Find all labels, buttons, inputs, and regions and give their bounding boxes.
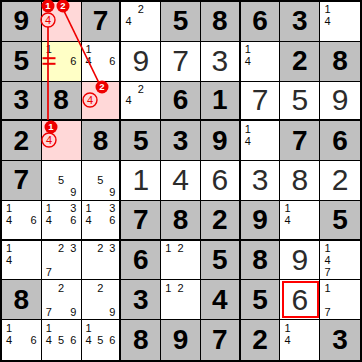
candidate-5: 5 (55, 334, 67, 346)
candidate-6: 6 (67, 334, 79, 346)
cell-r6c2[interactable]: 1346 (42, 201, 82, 241)
candidate-3: 3 (106, 243, 118, 255)
pencil-marks: 1346 (82, 201, 120, 239)
given-digit: 9 (212, 127, 228, 155)
cell-r2c3[interactable]: 146 (82, 42, 122, 82)
cell-r5c6[interactable]: 6 (201, 161, 241, 201)
candidate-1: 1 (321, 4, 334, 16)
given-digit: 8 (53, 86, 69, 114)
cell-r4c5[interactable]: 3 (161, 121, 201, 161)
given-digit: 5 (332, 206, 348, 234)
cell-r3c6[interactable]: 1 (201, 82, 241, 122)
candidate-4: 4 (83, 214, 95, 226)
candidate-1: 1 (281, 322, 293, 334)
given-digit: 5 (14, 47, 30, 75)
cell-r8c7[interactable]: 5 (241, 280, 281, 320)
candidate-1: 1 (321, 243, 334, 255)
cell-r6c5[interactable]: 8 (161, 201, 201, 241)
cell-r5c5[interactable]: 4 (161, 161, 201, 201)
candidate-5: 5 (94, 175, 106, 187)
cell-r2c2[interactable]: 16 (42, 42, 82, 82)
cell-r9c5[interactable]: 9 (161, 320, 201, 360)
cell-r7c2[interactable]: 237 (42, 241, 82, 281)
cell-r5c8[interactable]: 8 (280, 161, 320, 201)
candidate-2: 2 (174, 282, 186, 294)
cell-r1c9[interactable]: 14 (320, 2, 360, 42)
cell-r5c9[interactable]: 2 (320, 161, 360, 201)
pencil-marks: 59 (42, 161, 81, 200)
candidate-1: 1 (83, 203, 95, 215)
candidate-1: 1 (281, 203, 293, 215)
cell-r6c6[interactable]: 2 (201, 201, 241, 241)
pencil-marks: 12 (161, 241, 200, 280)
cell-r5c7[interactable]: 3 (241, 161, 281, 201)
pencil-marks: 147 (320, 241, 360, 280)
pencil-marks: 146 (82, 42, 120, 81)
given-digit: 2 (292, 47, 308, 75)
cell-r2c5[interactable]: 7 (161, 42, 201, 82)
candidate-4: 4 (83, 56, 95, 68)
given-digit: 6 (332, 127, 348, 155)
cell-r8c1[interactable]: 8 (2, 280, 42, 320)
given-digit: 8 (173, 206, 189, 234)
candidate-6: 6 (106, 334, 118, 346)
candidate-7: 7 (43, 267, 55, 279)
given-digit: 7 (292, 127, 308, 155)
given-digit: 8 (332, 47, 348, 75)
candidate-2: 2 (55, 282, 67, 294)
cell-r1c7[interactable]: 6 (241, 2, 281, 42)
candidate-1: 1 (242, 123, 254, 135)
given-digit: 5 (173, 7, 189, 35)
solved-digit: 6 (291, 285, 308, 315)
cell-r2c9[interactable]: 8 (320, 42, 360, 82)
cell-r4c8[interactable]: 7 (280, 121, 320, 161)
cell-r3c3[interactable] (82, 82, 122, 122)
given-digit: 2 (252, 326, 268, 354)
cell-r6c1[interactable]: 146 (2, 201, 42, 241)
cell-r7c7[interactable]: 8 (241, 241, 281, 281)
given-digit: 9 (252, 206, 268, 234)
pencil-marks: 17 (320, 280, 360, 319)
candidate-1: 1 (242, 44, 254, 56)
candidate-7: 7 (321, 306, 334, 318)
pencil-marks: 279 (42, 280, 81, 319)
given-digit: 7 (93, 7, 109, 35)
cell-r2c8[interactable]: 2 (280, 42, 320, 82)
pencil-marks: 237 (42, 241, 81, 280)
candidate-1: 1 (43, 203, 55, 215)
cell-r8c4[interactable]: 3 (121, 280, 161, 320)
cell-r9c3[interactable]: 1456 (82, 320, 122, 360)
pencil-marks: 14 (2, 241, 41, 280)
cell-r1c6[interactable]: 8 (201, 2, 241, 42)
candidate-4: 4 (43, 214, 55, 226)
pencil-marks: 1346 (42, 201, 81, 239)
given-digit: 3 (14, 86, 30, 114)
cell-r3c8[interactable]: 5 (280, 82, 320, 122)
pencil-marks: 1456 (82, 320, 120, 360)
cell-r8c9[interactable]: 17 (320, 280, 360, 320)
cell-r7c6[interactable]: 5 (201, 241, 241, 281)
given-digit: 5 (212, 246, 228, 274)
candidate-5: 5 (55, 175, 67, 187)
sudoku-board: 9724586314516146973142838246175928539147… (0, 0, 362, 362)
candidate-7: 7 (321, 267, 334, 279)
candidate-6: 6 (67, 214, 79, 226)
solved-digit: 4 (172, 165, 189, 195)
given-digit: 1 (212, 86, 228, 114)
cell-r7c3[interactable]: 23 (82, 241, 122, 281)
cell-r4c7[interactable]: 14 (241, 121, 281, 161)
cell-r4c4[interactable]: 5 (121, 121, 161, 161)
cell-r9c1[interactable]: 146 (2, 320, 42, 360)
pencil-marks: 146 (2, 201, 41, 239)
candidate-4: 4 (3, 214, 15, 226)
candidate-9: 9 (106, 306, 118, 318)
pencil-marks: 14 (320, 2, 360, 41)
cell-r5c1[interactable]: 7 (2, 161, 42, 201)
cell-r6c4[interactable]: 7 (121, 201, 161, 241)
cell-r7c9[interactable]: 147 (320, 241, 360, 281)
candidate-4: 4 (3, 334, 15, 346)
given-digit: 5 (252, 286, 268, 314)
candidate-3: 3 (67, 243, 79, 255)
candidate-4: 4 (321, 16, 334, 28)
given-digit: 8 (14, 286, 30, 314)
given-digit: 8 (252, 246, 268, 274)
pencil-marks: 14 (241, 42, 280, 81)
candidate-6: 6 (28, 334, 40, 346)
candidate-5: 5 (94, 334, 106, 346)
cell-r9c4[interactable]: 8 (121, 320, 161, 360)
candidate-6: 6 (106, 56, 118, 68)
cell-r1c8[interactable]: 3 (280, 2, 320, 42)
solved-digit: 9 (132, 46, 149, 76)
candidate-1: 1 (83, 44, 95, 56)
pencil-marks: 14 (241, 121, 280, 160)
cell-r2c4[interactable]: 9 (121, 42, 161, 82)
cell-r1c2[interactable] (42, 2, 82, 42)
cell-r4c6[interactable]: 9 (201, 121, 241, 161)
pencil-marks: 29 (82, 280, 120, 319)
cell-r4c9[interactable]: 6 (320, 121, 360, 161)
cell-r3c1[interactable]: 3 (2, 82, 42, 122)
cell-r8c3[interactable]: 29 (82, 280, 122, 320)
solved-digit: 1 (132, 165, 149, 195)
candidate-1: 1 (162, 243, 174, 255)
cell-r8c6[interactable]: 4 (201, 280, 241, 320)
pencil-marks: 16 (42, 42, 81, 81)
solved-digit: 9 (291, 245, 308, 275)
candidate-1: 1 (43, 322, 55, 334)
given-digit: 7 (212, 326, 228, 354)
cell-r4c2[interactable] (42, 121, 82, 161)
solved-digit: 3 (252, 165, 269, 195)
candidate-1: 1 (3, 203, 15, 215)
cell-r3c9[interactable]: 9 (320, 82, 360, 122)
solved-digit: 5 (291, 85, 308, 115)
candidate-1: 1 (3, 322, 15, 334)
given-digit: 9 (14, 7, 30, 35)
cell-r4c3[interactable]: 8 (82, 121, 122, 161)
given-digit: 3 (173, 127, 189, 155)
candidate-1: 1 (321, 282, 334, 294)
pencil-marks: 14 (280, 320, 319, 360)
candidate-4: 4 (281, 334, 293, 346)
candidate-3: 3 (67, 203, 79, 215)
pencil-marks: 14 (280, 201, 319, 239)
cell-r5c3[interactable]: 59 (82, 161, 122, 201)
pencil-marks: 146 (2, 320, 41, 360)
candidate-4: 4 (3, 255, 15, 267)
cell-r8c2[interactable]: 279 (42, 280, 82, 320)
cell-r3c4[interactable]: 24 (121, 82, 161, 122)
candidate-1: 1 (162, 282, 174, 294)
given-digit: 2 (14, 127, 30, 155)
candidate-4: 4 (242, 56, 254, 68)
candidate-9: 9 (67, 306, 79, 318)
solved-digit: 9 (332, 85, 349, 115)
given-digit: 8 (212, 7, 228, 35)
pencil-marks: 23 (82, 241, 120, 280)
given-digit: 7 (14, 166, 30, 194)
cell-r9c9[interactable]: 3 (320, 320, 360, 360)
cell-r4c1[interactable]: 2 (2, 121, 42, 161)
candidate-9: 9 (67, 187, 79, 199)
given-digit: 3 (332, 326, 348, 354)
given-digit: 8 (133, 326, 149, 354)
candidate-2: 2 (55, 243, 67, 255)
pencil-marks: 24 (121, 82, 160, 120)
candidate-2: 2 (94, 243, 106, 255)
candidate-2: 2 (94, 282, 106, 294)
candidate-2: 2 (174, 243, 186, 255)
cell-r9c8[interactable]: 14 (280, 320, 320, 360)
pencil-marks: 59 (82, 161, 120, 200)
cell-r8c5[interactable]: 12 (161, 280, 201, 320)
cell-r1c5[interactable]: 5 (161, 2, 201, 42)
candidate-7: 7 (43, 306, 55, 318)
sudoku-app: 9724586314516146973142838246175928539147… (0, 0, 362, 362)
candidate-4: 4 (122, 95, 134, 107)
given-digit: 6 (173, 86, 189, 114)
cell-r7c5[interactable]: 12 (161, 241, 201, 281)
candidate-1: 1 (43, 44, 55, 56)
candidate-2: 2 (135, 4, 147, 16)
candidate-9: 9 (106, 187, 118, 199)
cell-r5c2[interactable]: 59 (42, 161, 82, 201)
candidate-6: 6 (67, 56, 79, 68)
cell-r3c2[interactable]: 8 (42, 82, 82, 122)
cell-r9c6[interactable]: 7 (201, 320, 241, 360)
cell-r1c1[interactable]: 9 (2, 2, 42, 42)
cell-r7c8[interactable]: 9 (280, 241, 320, 281)
pencil-marks: 24 (121, 2, 160, 41)
cell-r1c4[interactable]: 24 (121, 2, 161, 42)
candidate-1: 1 (83, 322, 95, 334)
cell-r2c7[interactable]: 14 (241, 42, 281, 82)
given-digit: 4 (212, 286, 228, 314)
given-digit: 6 (133, 246, 149, 274)
candidate-4: 4 (43, 334, 55, 346)
cell-r2c1[interactable]: 5 (2, 42, 42, 82)
cell-r6c3[interactable]: 1346 (82, 201, 122, 241)
candidate-4: 4 (281, 214, 293, 226)
cell-r6c9[interactable]: 5 (320, 201, 360, 241)
cell-r9c7[interactable]: 2 (241, 320, 281, 360)
given-digit: 3 (292, 7, 308, 35)
candidate-2: 2 (135, 84, 147, 96)
given-digit: 5 (133, 127, 149, 155)
cell-r3c7[interactable]: 7 (241, 82, 281, 122)
cell-r9c2[interactable]: 1456 (42, 320, 82, 360)
cell-r2c6[interactable]: 3 (201, 42, 241, 82)
cell-r6c7[interactable]: 9 (241, 201, 281, 241)
given-digit: 9 (173, 326, 189, 354)
candidate-3: 3 (106, 203, 118, 215)
cell-r8c8[interactable]: 6 (280, 280, 320, 320)
candidate-4: 4 (83, 334, 95, 346)
cell-r3c5[interactable]: 6 (161, 82, 201, 122)
candidate-4: 4 (242, 135, 254, 147)
solved-digit: 7 (172, 46, 189, 76)
solved-digit: 8 (291, 165, 308, 195)
candidate-4: 4 (122, 16, 134, 28)
given-digit: 7 (133, 206, 149, 234)
cell-r6c8[interactable]: 14 (280, 201, 320, 241)
cell-r5c4[interactable]: 1 (121, 161, 161, 201)
candidate-1: 1 (3, 243, 15, 255)
solved-digit: 2 (332, 165, 349, 195)
solved-digit: 6 (211, 165, 228, 195)
solved-digit: 7 (252, 85, 269, 115)
candidate-6: 6 (106, 214, 118, 226)
solved-digit: 3 (211, 46, 228, 76)
given-digit: 8 (93, 127, 109, 155)
given-digit: 3 (133, 286, 149, 314)
candidate-4: 4 (321, 255, 334, 267)
candidate-6: 6 (28, 214, 40, 226)
cell-r1c3[interactable]: 7 (82, 2, 122, 42)
given-digit: 2 (212, 206, 228, 234)
cell-r7c4[interactable]: 6 (121, 241, 161, 281)
given-digit: 6 (252, 7, 268, 35)
cell-r7c1[interactable]: 14 (2, 241, 42, 281)
pencil-marks: 12 (161, 280, 200, 319)
pencil-marks: 1456 (42, 320, 81, 360)
